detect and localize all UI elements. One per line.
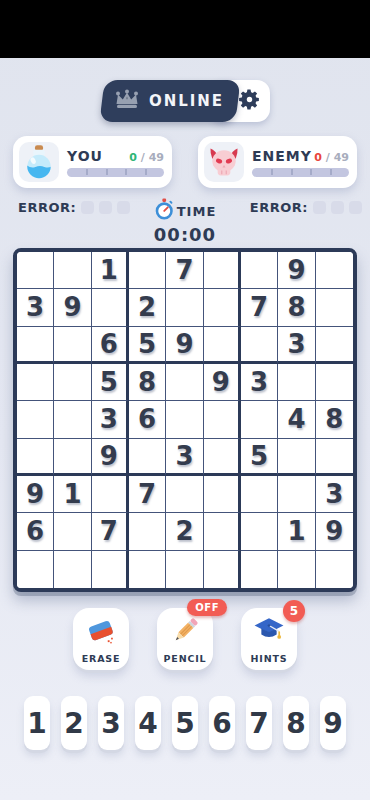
cell-r3c7[interactable] (241, 327, 278, 364)
cell-r8c4[interactable] (129, 513, 166, 550)
cell-r3c2[interactable] (54, 327, 91, 364)
cell-r6c4[interactable] (129, 439, 166, 476)
cell-r6c5[interactable]: 3 (166, 439, 203, 476)
cell-r1c7[interactable] (241, 252, 278, 289)
error-indicator-you: ERROR: (18, 200, 130, 215)
cell-r8c3[interactable]: 7 (92, 513, 129, 550)
cell-r2c7[interactable]: 7 (241, 289, 278, 326)
cell-r5c9[interactable]: 8 (316, 401, 353, 438)
numpad-key-3[interactable]: 3 (98, 696, 124, 750)
stopwatch-icon (154, 198, 175, 224)
cell-r4c5[interactable] (166, 364, 203, 401)
error-label-enemy: ERROR: (250, 200, 308, 215)
erase-button[interactable]: ERASE (73, 608, 129, 670)
cell-r3c1[interactable] (17, 327, 54, 364)
cell-r2c2[interactable]: 9 (54, 289, 91, 326)
numpad-key-5[interactable]: 5 (172, 696, 198, 750)
cell-r4c6[interactable]: 9 (204, 364, 241, 401)
cell-r2c9[interactable] (316, 289, 353, 326)
numpad-key-6[interactable]: 6 (209, 696, 235, 750)
cell-r3c8[interactable]: 3 (278, 327, 315, 364)
cell-r4c8[interactable] (278, 364, 315, 401)
player-card-you: YOU 0 / 49 (13, 136, 172, 188)
cell-r8c9[interactable]: 9 (316, 513, 353, 550)
cell-r4c3[interactable]: 5 (92, 364, 129, 401)
cell-r5c8[interactable]: 4 (278, 401, 315, 438)
cell-r4c1[interactable] (17, 364, 54, 401)
error-slot (349, 201, 362, 214)
timer: TIME 00:00 (154, 198, 217, 245)
cell-r2c3[interactable] (92, 289, 129, 326)
cell-r1c4[interactable] (129, 252, 166, 289)
player-score-you: 0 / 49 (129, 151, 164, 164)
cell-r3c6[interactable] (204, 327, 241, 364)
cell-r1c6[interactable] (204, 252, 241, 289)
cell-r6c1[interactable] (17, 439, 54, 476)
cell-r8c6[interactable] (204, 513, 241, 550)
cell-r8c1[interactable]: 6 (17, 513, 54, 550)
cell-r9c6[interactable] (204, 551, 241, 588)
error-slot (81, 201, 94, 214)
cell-r1c3[interactable]: 1 (92, 252, 129, 289)
cell-r5c2[interactable] (54, 401, 91, 438)
cell-r5c4[interactable]: 6 (129, 401, 166, 438)
error-slot (331, 201, 344, 214)
cell-r2c4[interactable]: 2 (129, 289, 166, 326)
cell-r3c9[interactable] (316, 327, 353, 364)
hints-label: HINTS (251, 653, 288, 664)
cell-r4c4[interactable]: 8 (129, 364, 166, 401)
cell-r6c8[interactable] (278, 439, 315, 476)
cell-r1c8[interactable]: 9 (278, 252, 315, 289)
error-indicator-enemy: ERROR: (250, 200, 362, 215)
pencil-off-badge: OFF (187, 599, 227, 616)
cell-r2c6[interactable] (204, 289, 241, 326)
cell-r6c7[interactable]: 5 (241, 439, 278, 476)
player-score-enemy: 0 / 49 (314, 151, 349, 164)
progress-bar-enemy (252, 168, 349, 177)
mode-label: ONLINE (149, 92, 224, 110)
sudoku-board: 17939278659358933648935917367219 (13, 248, 357, 592)
hints-button[interactable]: 5 HINTS (241, 608, 297, 670)
cell-r1c1[interactable] (17, 252, 54, 289)
crown-icon (114, 89, 140, 114)
player-name-enemy: ENEMY (252, 148, 312, 164)
graduation-cap-icon (252, 615, 286, 651)
cell-r6c2[interactable] (54, 439, 91, 476)
cell-r5c1[interactable] (17, 401, 54, 438)
cell-r8c5[interactable]: 2 (166, 513, 203, 550)
cell-r7c4[interactable]: 7 (129, 476, 166, 513)
status-row: ERROR: TIME 00:00 ERROR: (0, 198, 370, 246)
cell-r9c2[interactable] (54, 551, 91, 588)
numpad-key-7[interactable]: 7 (246, 696, 272, 750)
cell-r6c3[interactable]: 9 (92, 439, 129, 476)
error-slot (99, 201, 112, 214)
numpad-key-8[interactable]: 8 (283, 696, 309, 750)
cell-r2c1[interactable]: 3 (17, 289, 54, 326)
cell-r8c7[interactable] (241, 513, 278, 550)
pencil-label: PENCIL (164, 653, 207, 664)
cell-r9c8[interactable] (278, 551, 315, 588)
error-slot (313, 201, 326, 214)
cell-r9c5[interactable] (166, 551, 203, 588)
cell-r2c5[interactable] (166, 289, 203, 326)
numpad-key-4[interactable]: 4 (135, 696, 161, 750)
cell-r4c2[interactable] (54, 364, 91, 401)
cell-r6c9[interactable] (316, 439, 353, 476)
number-pad: 123456789 (0, 696, 370, 750)
player-cards: YOU 0 / 49 ENEMY 0 / 49 (0, 136, 370, 188)
player-name-you: YOU (67, 148, 103, 164)
cell-r1c9[interactable] (316, 252, 353, 289)
numpad-key-2[interactable]: 2 (61, 696, 87, 750)
cell-r7c7[interactable] (241, 476, 278, 513)
cell-r5c5[interactable] (166, 401, 203, 438)
error-slot (117, 201, 130, 214)
player-card-enemy: ENEMY 0 / 49 (198, 136, 357, 188)
cell-r9c1[interactable] (17, 551, 54, 588)
error-label-you: ERROR: (18, 200, 76, 215)
timer-label: TIME (177, 204, 217, 219)
cell-r1c2[interactable] (54, 252, 91, 289)
cell-r7c9[interactable]: 3 (316, 476, 353, 513)
cell-r7c8[interactable] (278, 476, 315, 513)
toolbar: ERASE OFF PENCIL 5 (0, 608, 370, 670)
cell-r4c9[interactable] (316, 364, 353, 401)
pencil-button[interactable]: OFF PENCIL (157, 608, 213, 670)
cell-r3c3[interactable]: 6 (92, 327, 129, 364)
cell-r3c5[interactable]: 9 (166, 327, 203, 364)
timer-value: 00:00 (154, 224, 216, 245)
cell-r3c4[interactable]: 5 (129, 327, 166, 364)
cell-r5c3[interactable]: 3 (92, 401, 129, 438)
numpad-key-9[interactable]: 9 (320, 696, 346, 750)
cell-r8c8[interactable]: 1 (278, 513, 315, 550)
status-bar (0, 0, 370, 58)
cell-r9c4[interactable] (129, 551, 166, 588)
progress-bar-you (67, 168, 164, 177)
gear-icon (237, 87, 262, 116)
hints-count-badge: 5 (283, 600, 305, 622)
cell-r7c6[interactable] (204, 476, 241, 513)
pencil-icon (168, 615, 202, 651)
cell-r9c9[interactable] (316, 551, 353, 588)
cell-r7c2[interactable]: 1 (54, 476, 91, 513)
cell-r8c2[interactable] (54, 513, 91, 550)
erase-label: ERASE (82, 653, 121, 664)
cell-r7c1[interactable]: 9 (17, 476, 54, 513)
cell-r7c3[interactable] (92, 476, 129, 513)
cell-r7c5[interactable] (166, 476, 203, 513)
cell-r5c6[interactable] (204, 401, 241, 438)
potion-icon (19, 142, 59, 182)
cell-r9c3[interactable] (92, 551, 129, 588)
skull-icon (204, 142, 244, 182)
header: ONLINE (0, 80, 370, 122)
cell-r6c6[interactable] (204, 439, 241, 476)
cell-r2c8[interactable]: 8 (278, 289, 315, 326)
cell-r9c7[interactable] (241, 551, 278, 588)
cell-r5c7[interactable] (241, 401, 278, 438)
numpad-key-1[interactable]: 1 (24, 696, 50, 750)
eraser-icon (84, 615, 118, 651)
cell-r4c7[interactable]: 3 (241, 364, 278, 401)
cell-r1c5[interactable]: 7 (166, 252, 203, 289)
